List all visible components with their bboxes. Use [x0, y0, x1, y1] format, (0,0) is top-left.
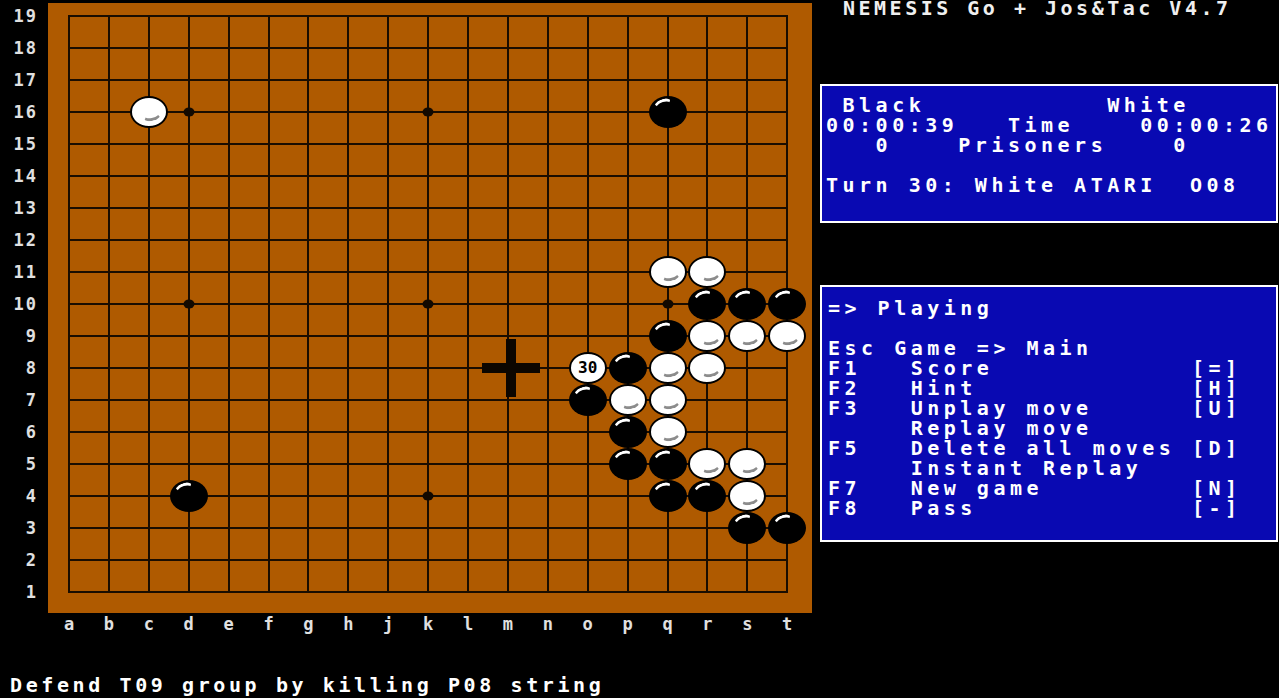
stone-white-r5 [688, 448, 726, 480]
grid-line-vertical [467, 15, 469, 593]
row-label-9: 9 [0, 327, 38, 345]
stone-highlight [141, 106, 162, 123]
stone-black-p6 [609, 416, 647, 448]
row-label-7: 7 [0, 391, 38, 409]
stone-black-p5 [609, 448, 647, 480]
menu-f2-hint[interactable]: F2 Hint [H] [828, 378, 1276, 398]
row-label-13: 13 [0, 199, 38, 217]
stone-black-r10 [688, 288, 726, 320]
stone-highlight [772, 288, 796, 309]
move-number-label: 30 [571, 354, 605, 382]
grid-line-vertical [547, 15, 549, 593]
stone-black-o7 [569, 384, 607, 416]
star-point-k16 [423, 108, 434, 117]
stone-white-q6 [649, 416, 687, 448]
grid-line-vertical [507, 15, 509, 593]
star-point-q10 [662, 300, 673, 309]
status-hint-line: Defend T09 group by killing P08 string [10, 673, 604, 697]
menu-panel: => PlayingEsc Game => MainF1 Score [=]F2… [820, 285, 1278, 542]
stone-highlight [659, 362, 680, 379]
score-panel-line-3 [826, 155, 1276, 175]
app-title: NEMESIS Go + Jos&Tac V4.7 [843, 0, 1232, 20]
stone-highlight [612, 352, 636, 373]
row-label-10: 10 [0, 295, 38, 313]
stone-white-q11 [649, 256, 687, 288]
stone-white-c16 [130, 96, 168, 128]
menu-esc-game-main[interactable]: Esc Game => Main [828, 338, 1276, 358]
grid-line-horizontal [68, 591, 788, 593]
row-label-14: 14 [0, 167, 38, 185]
menu-f7-new-game[interactable]: F7 New game [N] [828, 478, 1276, 498]
stone-black-s10 [728, 288, 766, 320]
stone-white-q8 [649, 352, 687, 384]
stone-black-r4 [688, 480, 726, 512]
column-label-q: q [662, 614, 672, 634]
column-label-n: n [543, 614, 553, 634]
score-panel-line-1: 00:00:39 Time 00:00:26 [826, 115, 1276, 135]
row-label-11: 11 [0, 263, 38, 281]
stone-highlight [739, 330, 760, 347]
row-label-6: 6 [0, 423, 38, 441]
board-cursor-crosshair[interactable] [482, 339, 540, 397]
column-label-h: h [343, 614, 353, 634]
stone-highlight [659, 426, 680, 443]
stone-white-r8 [688, 352, 726, 384]
stone-white-s5 [728, 448, 766, 480]
stone-highlight [692, 480, 716, 501]
row-label-3: 3 [0, 519, 38, 537]
column-label-e: e [223, 614, 233, 634]
menu-f8-pass[interactable]: F8 Pass [-] [828, 498, 1276, 518]
column-label-s: s [742, 614, 752, 634]
stone-highlight [772, 512, 796, 533]
stone-highlight [612, 448, 636, 469]
go-board[interactable]: 30 [48, 3, 812, 613]
stone-highlight [173, 480, 197, 501]
stone-black-t10 [768, 288, 806, 320]
stone-black-t3 [768, 512, 806, 544]
stone-highlight [659, 394, 680, 411]
stone-black-s3 [728, 512, 766, 544]
star-point-k4 [423, 492, 434, 501]
stone-highlight [732, 512, 756, 533]
menu-status-playing: => Playing [828, 298, 1276, 318]
star-point-d10 [183, 300, 194, 309]
stone-highlight [739, 490, 760, 507]
stone-highlight [699, 330, 720, 347]
row-label-8: 8 [0, 359, 38, 377]
score-panel: Black White00:00:39 Time 00:00:26 0 Pris… [820, 84, 1278, 223]
row-label-19: 19 [0, 7, 38, 25]
stone-black-d4 [170, 480, 208, 512]
column-label-f: f [263, 614, 273, 634]
column-label-l: l [463, 614, 473, 634]
stone-highlight [699, 362, 720, 379]
column-label-m: m [503, 614, 513, 634]
column-label-j: j [383, 614, 393, 634]
stone-white-o8: 30 [569, 352, 607, 384]
column-label-d: d [184, 614, 194, 634]
column-label-o: o [583, 614, 593, 634]
stone-highlight [652, 448, 676, 469]
menu-f6-instant-replay[interactable]: Instant Replay [828, 458, 1276, 478]
score-panel-line-4: Turn 30: White ATARI O08 [826, 175, 1276, 195]
grid-line-horizontal [68, 527, 788, 529]
row-label-5: 5 [0, 455, 38, 473]
stone-white-r9 [688, 320, 726, 352]
stone-highlight [652, 480, 676, 501]
menu-f4-replay-move[interactable]: Replay move [828, 418, 1276, 438]
column-label-g: g [303, 614, 313, 634]
menu-f3-unplay-move[interactable]: F3 Unplay move [U] [828, 398, 1276, 418]
column-label-t: t [782, 614, 792, 634]
stone-white-r11 [688, 256, 726, 288]
menu-f5-delete-moves[interactable]: F5 Delete all moves [D] [828, 438, 1276, 458]
stone-highlight [652, 320, 676, 341]
stone-white-p7 [609, 384, 647, 416]
stone-black-p8 [609, 352, 647, 384]
star-point-k10 [423, 300, 434, 309]
column-label-r: r [702, 614, 712, 634]
stone-highlight [659, 266, 680, 283]
row-label-15: 15 [0, 135, 38, 153]
stone-highlight [572, 384, 596, 405]
stone-white-q7 [649, 384, 687, 416]
score-panel-line-0: Black White [826, 95, 1276, 115]
column-label-p: p [622, 614, 632, 634]
grid-line-vertical [587, 15, 589, 593]
row-label-12: 12 [0, 231, 38, 249]
column-label-c: c [144, 614, 154, 634]
column-label-a: a [64, 614, 74, 634]
row-label-16: 16 [0, 103, 38, 121]
score-panel-line-2: 0 Prisoners 0 [826, 135, 1276, 155]
stone-black-q5 [649, 448, 687, 480]
stone-black-q9 [649, 320, 687, 352]
menu-f1-score[interactable]: F1 Score [=] [828, 358, 1276, 378]
stone-highlight [652, 96, 676, 117]
row-label-17: 17 [0, 71, 38, 89]
stone-highlight [620, 394, 641, 411]
stone-white-s4 [728, 480, 766, 512]
menu-spacer [828, 318, 1276, 338]
stone-black-q4 [649, 480, 687, 512]
column-label-k: k [423, 614, 433, 634]
stone-black-q16 [649, 96, 687, 128]
row-label-18: 18 [0, 39, 38, 57]
grid-line-vertical [627, 15, 629, 593]
row-label-2: 2 [0, 551, 38, 569]
stone-white-t9 [768, 320, 806, 352]
row-label-1: 1 [0, 583, 38, 601]
stone-highlight [732, 288, 756, 309]
row-label-4: 4 [0, 487, 38, 505]
stone-highlight [699, 266, 720, 283]
stone-highlight [779, 330, 800, 347]
stone-white-s9 [728, 320, 766, 352]
grid-line-horizontal [68, 559, 788, 561]
star-point-d16 [183, 108, 194, 117]
stone-highlight [612, 416, 636, 437]
stone-highlight [692, 288, 716, 309]
stone-highlight [739, 458, 760, 475]
column-label-b: b [104, 614, 114, 634]
stone-highlight [699, 458, 720, 475]
